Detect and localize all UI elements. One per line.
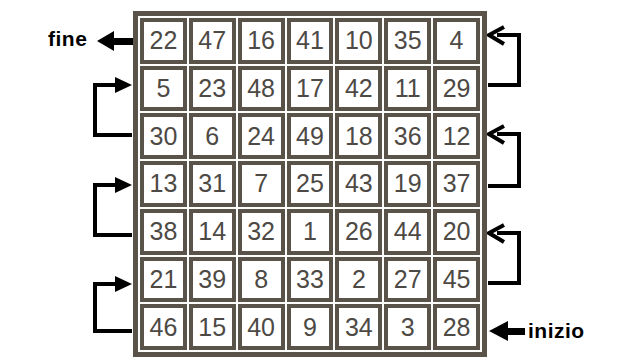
grid-cell: 41: [287, 18, 334, 64]
grid-cell: 25: [287, 161, 334, 207]
grid-cell: 37: [433, 161, 480, 207]
grid-cell: 28: [433, 304, 480, 350]
grid-cell: 9: [287, 304, 334, 350]
end-label: fine: [48, 27, 87, 51]
grid-cell: 31: [189, 161, 236, 207]
grid-cell: 42: [335, 66, 382, 112]
grid-cell: 49: [287, 113, 334, 159]
turn-arrow-left-rows3-2: [95, 77, 132, 135]
grid-cell: 36: [384, 113, 431, 159]
grid-cell: 18: [335, 113, 382, 159]
turn-arrow-right-rows4-3: [488, 126, 519, 186]
grid-cell: 48: [238, 66, 285, 112]
grid-cell: 44: [384, 209, 431, 255]
fine-exit-arrow: [97, 31, 133, 51]
number-grid: 2247164110354523481742112930624491836121…: [133, 11, 487, 357]
grid-cell: 5: [140, 66, 187, 112]
turn-arrow-right-rows6-5: [488, 225, 519, 283]
grid-cell: 29: [433, 66, 480, 112]
grid-cell: 47: [189, 18, 236, 64]
grid-cell: 7: [238, 161, 285, 207]
grid-cell: 3: [384, 304, 431, 350]
grid-cell: 46: [140, 304, 187, 350]
grid-cell: 19: [384, 161, 431, 207]
grid-cell: 26: [335, 209, 382, 255]
grid-cell: 21: [140, 257, 187, 303]
grid-cell: 16: [238, 18, 285, 64]
grid-cell: 2: [335, 257, 382, 303]
grid-cell: 12: [433, 113, 480, 159]
inizio-entry-arrow: [489, 321, 525, 341]
grid-cell: 4: [433, 18, 480, 64]
grid-cell: 43: [335, 161, 382, 207]
grid-cell: 34: [335, 304, 382, 350]
grid-cell: 8: [238, 257, 285, 303]
grid-cell: 32: [238, 209, 285, 255]
grid-cell: 38: [140, 209, 187, 255]
turn-arrow-right-rows2-1: [488, 27, 519, 85]
grid-cell: 17: [287, 66, 334, 112]
grid-cell: 27: [384, 257, 431, 303]
turn-arrow-left-rows5-4: [95, 177, 132, 235]
grid-cell: 15: [189, 304, 236, 350]
grid-cell: 45: [433, 257, 480, 303]
start-label: inizio: [528, 319, 585, 343]
grid-cell: 35: [384, 18, 431, 64]
grid-cell: 40: [238, 304, 285, 350]
grid-cell: 1: [287, 209, 334, 255]
grid-cell: 22: [140, 18, 187, 64]
grid-cell: 14: [189, 209, 236, 255]
grid-cell: 13: [140, 161, 187, 207]
grid-cell: 10: [335, 18, 382, 64]
turn-arrow-left-rows7-6: [95, 276, 132, 331]
grid-cell: 24: [238, 113, 285, 159]
grid-cell: 23: [189, 66, 236, 112]
grid-cell: 33: [287, 257, 334, 303]
magic-square-diagram: fine inizio: [0, 0, 641, 364]
grid-cell: 6: [189, 113, 236, 159]
grid-cell: 20: [433, 209, 480, 255]
grid-cell: 39: [189, 257, 236, 303]
grid-cell: 30: [140, 113, 187, 159]
grid-cell: 11: [384, 66, 431, 112]
